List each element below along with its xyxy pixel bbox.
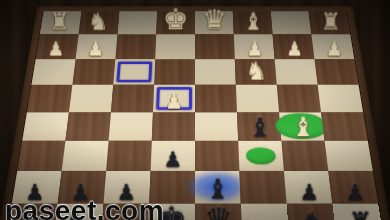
square-a7[interactable]: ♟ <box>328 171 378 203</box>
square-f6[interactable] <box>106 141 152 171</box>
square-c7[interactable] <box>239 171 286 203</box>
white-pawn[interactable]: ♟ <box>246 40 263 59</box>
white-king[interactable]: ♚ <box>163 5 189 34</box>
square-g4[interactable] <box>69 85 113 112</box>
square-d8[interactable]: ♛ <box>195 204 242 220</box>
square-d2[interactable] <box>195 35 235 59</box>
square-b1[interactable] <box>271 12 312 35</box>
square-c3[interactable]: ♞ <box>235 59 277 85</box>
square-f1[interactable] <box>117 12 157 35</box>
square-c2[interactable]: ♟ <box>234 35 275 59</box>
square-h2[interactable]: ♟ <box>36 35 79 59</box>
square-e5[interactable] <box>152 112 195 141</box>
black-queen[interactable]: ♛ <box>204 204 233 220</box>
square-d7[interactable]: ♝ <box>195 171 241 203</box>
square-c1[interactable]: ♝ <box>233 12 273 35</box>
chess-app-screen: ♜♞♚♛♝♜♟♟♟♟♟♞♟♝♝♟♟♟♟♝♟♟♜♞♚♛♞♜ paseet.com <box>0 0 390 220</box>
square-f4[interactable] <box>111 85 154 112</box>
square-e1[interactable]: ♚ <box>156 12 195 35</box>
square-d4[interactable] <box>195 85 237 112</box>
white-rook[interactable]: ♜ <box>49 11 70 34</box>
square-b3[interactable] <box>275 59 318 85</box>
black-pawn[interactable]: ♟ <box>163 149 182 170</box>
square-h3[interactable] <box>32 59 76 85</box>
square-b6[interactable] <box>281 141 328 171</box>
square-b8[interactable]: ♞ <box>287 204 337 220</box>
square-c4[interactable] <box>236 85 279 112</box>
square-b2[interactable]: ♟ <box>273 35 315 59</box>
square-b5[interactable]: ♝ <box>279 112 325 141</box>
square-g5[interactable] <box>65 112 111 141</box>
black-knight[interactable]: ♞ <box>300 209 325 220</box>
square-g1[interactable]: ♞ <box>79 12 120 35</box>
square-g2[interactable]: ♟ <box>76 35 118 59</box>
square-f3[interactable] <box>113 59 155 85</box>
square-c5[interactable]: ♝ <box>237 112 281 141</box>
square-h5[interactable] <box>22 112 69 141</box>
square-a8[interactable]: ♜ <box>332 204 383 220</box>
square-e2[interactable] <box>155 35 195 59</box>
board-frame: ♜♞♚♛♝♜♟♟♟♟♟♞♟♝♝♟♟♟♟♝♟♟♜♞♚♛♞♜ <box>0 6 390 220</box>
square-g3[interactable] <box>72 59 115 85</box>
white-knight[interactable]: ♞ <box>245 60 267 84</box>
square-a2[interactable]: ♟ <box>311 35 354 59</box>
white-pawn[interactable]: ♟ <box>165 91 183 111</box>
black-rook[interactable]: ♜ <box>347 209 372 220</box>
square-e4[interactable]: ♟ <box>153 85 195 112</box>
square-h6[interactable] <box>17 141 65 171</box>
white-queen[interactable]: ♛ <box>202 7 226 34</box>
square-d3[interactable] <box>195 59 236 85</box>
square-a3[interactable] <box>314 59 358 85</box>
white-pawn[interactable]: ♟ <box>87 40 104 59</box>
black-bishop[interactable]: ♝ <box>248 114 271 140</box>
square-d1[interactable]: ♛ <box>195 12 234 35</box>
white-pawn[interactable]: ♟ <box>47 40 64 59</box>
board-scene: ♜♞♚♛♝♜♟♟♟♟♟♞♟♝♝♟♟♟♟♝♟♟♜♞♚♛♞♜ <box>0 0 390 220</box>
black-pawn[interactable]: ♟ <box>300 181 320 203</box>
watermark: paseet.com <box>5 195 164 220</box>
square-a4[interactable] <box>318 85 363 112</box>
square-a6[interactable] <box>325 141 373 171</box>
black-pawn[interactable]: ♟ <box>345 181 365 203</box>
white-bishop[interactable]: ♝ <box>291 114 314 140</box>
square-b7[interactable]: ♟ <box>284 171 332 203</box>
square-c6[interactable] <box>238 141 284 171</box>
white-pawn[interactable]: ♟ <box>286 40 303 59</box>
board-grid: ♜♞♚♛♝♜♟♟♟♟♟♞♟♝♝♟♟♟♟♝♟♟♜♞♚♛♞♜ <box>6 12 384 220</box>
square-b4[interactable] <box>277 85 321 112</box>
white-rook[interactable]: ♜ <box>320 11 341 34</box>
square-g6[interactable] <box>62 141 109 171</box>
black-bishop[interactable]: ♝ <box>206 175 230 202</box>
square-c8[interactable] <box>241 204 290 220</box>
square-a5[interactable] <box>321 112 368 141</box>
square-f5[interactable] <box>109 112 153 141</box>
square-h4[interactable] <box>27 85 72 112</box>
white-knight[interactable]: ♞ <box>88 11 109 34</box>
square-d5[interactable] <box>195 112 238 141</box>
square-d6[interactable] <box>195 141 239 171</box>
white-pawn[interactable]: ♟ <box>326 40 343 59</box>
move-target-dot[interactable] <box>246 148 276 164</box>
square-h1[interactable]: ♜ <box>40 12 82 35</box>
square-e3[interactable] <box>154 59 195 85</box>
white-bishop[interactable]: ♝ <box>243 11 264 34</box>
square-f2[interactable] <box>115 35 156 59</box>
square-e6[interactable]: ♟ <box>151 141 195 171</box>
square-a1[interactable]: ♜ <box>308 12 350 35</box>
